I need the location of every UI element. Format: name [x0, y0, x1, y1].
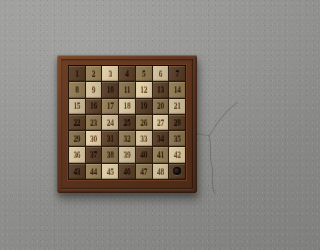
tile-number: 14 [174, 87, 181, 95]
tile-33[interactable]: 33 [136, 131, 152, 146]
concrete-wall: { "scene": "wooden sliding-number puzzle… [0, 0, 250, 250]
tile-3[interactable]: 3 [102, 66, 118, 81]
tile-16[interactable]: 16 [86, 99, 102, 114]
tile-17[interactable]: 17 [102, 99, 118, 114]
tile-24[interactable]: 24 [102, 115, 118, 130]
tile-7[interactable]: 7 [169, 66, 185, 81]
tile-number: 44 [90, 168, 97, 176]
tile-number: 40 [140, 152, 147, 160]
tile-number: 12 [140, 87, 147, 95]
tile-number: 25 [124, 119, 131, 127]
tile-number: 6 [159, 70, 162, 78]
tile-number: 4 [125, 70, 128, 78]
tile-27[interactable]: 27 [153, 115, 169, 130]
tile-18[interactable]: 18 [119, 99, 135, 114]
tile-47[interactable]: 47 [136, 164, 152, 179]
puzzle-board-frame: 1234567891011121314151617181920212223242… [57, 55, 197, 193]
tile-number: 37 [90, 152, 97, 160]
tile-number: 31 [107, 136, 114, 144]
tile-number: 29 [73, 136, 80, 144]
tile-number: 16 [90, 103, 97, 111]
tile-37[interactable]: 37 [86, 147, 102, 162]
tile-number: 46 [124, 168, 131, 176]
tile-2[interactable]: 2 [86, 66, 102, 81]
tile-number: 34 [157, 136, 164, 144]
tile-41[interactable]: 41 [153, 147, 169, 162]
tile-number: 21 [174, 103, 181, 111]
tile-number: 39 [124, 152, 131, 160]
tile-46[interactable]: 46 [119, 164, 135, 179]
tile-43[interactable]: 43 [69, 164, 85, 179]
tile-number: 26 [140, 119, 147, 127]
tile-number: 38 [107, 152, 114, 160]
tile-number: 42 [174, 152, 181, 160]
tile-15[interactable]: 15 [69, 99, 85, 114]
tile-number: 35 [174, 136, 181, 144]
tile-number: 1 [75, 70, 78, 78]
tile-number: 5 [142, 70, 145, 78]
tile-10[interactable]: 10 [102, 82, 118, 97]
tile-number: 32 [124, 136, 131, 144]
tile-28[interactable]: 28 [169, 115, 185, 130]
tile-number: 18 [124, 103, 131, 111]
tile-42[interactable]: 42 [169, 147, 185, 162]
tile-number: 7 [175, 70, 178, 78]
tile-29[interactable]: 29 [69, 131, 85, 146]
tile-39[interactable]: 39 [119, 147, 135, 162]
tile-20[interactable]: 20 [153, 99, 169, 114]
tile-22[interactable]: 22 [69, 115, 85, 130]
tile-44[interactable]: 44 [86, 164, 102, 179]
tile-number: 43 [73, 168, 80, 176]
tile-number: 48 [157, 168, 164, 176]
tile-number: 30 [90, 136, 97, 144]
tile-40[interactable]: 40 [136, 147, 152, 162]
tile-45[interactable]: 45 [102, 164, 118, 179]
tile-23[interactable]: 23 [86, 115, 102, 130]
tile-number: 45 [107, 168, 114, 176]
tile-36[interactable]: 36 [69, 147, 85, 162]
tile-35[interactable]: 35 [169, 131, 185, 146]
tile-number: 22 [73, 119, 80, 127]
tile-5[interactable]: 5 [136, 66, 152, 81]
tile-1[interactable]: 1 [69, 66, 85, 81]
tile-number: 20 [157, 103, 164, 111]
tile-number: 36 [73, 152, 80, 160]
tile-30[interactable]: 30 [86, 131, 102, 146]
tile-number: 19 [140, 103, 147, 111]
board-field: 1234567891011121314151617181920212223242… [68, 65, 186, 180]
finger-hole [173, 167, 181, 175]
tile-32[interactable]: 32 [119, 131, 135, 146]
tile-19[interactable]: 19 [136, 99, 152, 114]
tile-number: 33 [140, 136, 147, 144]
tile-number: 27 [157, 119, 164, 127]
tile-number: 10 [107, 87, 114, 95]
tile-number: 17 [107, 103, 114, 111]
tile-8[interactable]: 8 [69, 82, 85, 97]
tile-21[interactable]: 21 [169, 99, 185, 114]
tile-14[interactable]: 14 [169, 82, 185, 97]
tile-number: 11 [124, 87, 131, 95]
tile-48[interactable]: 48 [153, 164, 169, 179]
tile-number: 47 [140, 168, 147, 176]
tile-number: 41 [157, 152, 164, 160]
tile-number: 24 [107, 119, 114, 127]
tile-number: 13 [157, 87, 164, 95]
tile-38[interactable]: 38 [102, 147, 118, 162]
tile-number: 8 [75, 87, 78, 95]
tile-number: 9 [92, 87, 95, 95]
tile-number: 3 [109, 70, 112, 78]
tile-34[interactable]: 34 [153, 131, 169, 146]
tile-31[interactable]: 31 [102, 131, 118, 146]
tile-grid: 1234567891011121314151617181920212223242… [69, 66, 185, 179]
tile-26[interactable]: 26 [136, 115, 152, 130]
empty-hole-tile [169, 164, 185, 179]
tile-4[interactable]: 4 [119, 66, 135, 81]
tile-12[interactable]: 12 [136, 82, 152, 97]
tile-number: 2 [92, 70, 95, 78]
tile-25[interactable]: 25 [119, 115, 135, 130]
tile-number: 23 [90, 119, 97, 127]
tile-13[interactable]: 13 [153, 82, 169, 97]
tile-6[interactable]: 6 [153, 66, 169, 81]
tile-number: 28 [174, 119, 181, 127]
tile-9[interactable]: 9 [86, 82, 102, 97]
tile-11[interactable]: 11 [119, 82, 135, 97]
tile-number: 15 [73, 103, 80, 111]
